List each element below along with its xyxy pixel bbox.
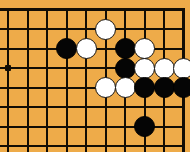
black-stone [134, 116, 155, 137]
white-stone [173, 58, 190, 79]
white-stone [115, 77, 136, 98]
grid-line-vertical [27, 8, 29, 152]
grid-line-vertical [66, 8, 68, 152]
grid-line-vertical [46, 8, 48, 152]
white-stone [95, 19, 116, 40]
black-stone [173, 77, 190, 98]
black-stone [134, 77, 155, 98]
go-board[interactable] [0, 0, 190, 152]
white-stone [95, 77, 116, 98]
white-stone [154, 58, 175, 79]
white-stone [134, 38, 155, 59]
grid-line-vertical [85, 8, 87, 152]
white-stone [76, 38, 97, 59]
star-point [5, 65, 11, 71]
black-stone [154, 77, 175, 98]
black-stone [115, 58, 136, 79]
grid-line-vertical [7, 8, 9, 152]
black-stone [115, 38, 136, 59]
black-stone [56, 38, 77, 59]
white-stone [134, 58, 155, 79]
